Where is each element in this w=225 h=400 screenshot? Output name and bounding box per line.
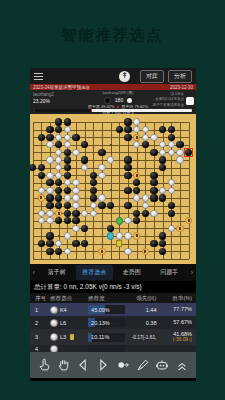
tab-recommended-points[interactable]: 推荐选点 xyxy=(76,265,114,280)
white-stone xyxy=(55,164,62,171)
clean-brush-icon[interactable] xyxy=(136,358,150,372)
cyan-stone-marker[interactable] xyxy=(107,232,114,239)
orange-ring-marker[interactable] xyxy=(38,194,45,201)
black-player-tag: (黑) xyxy=(127,91,133,95)
white-stone xyxy=(133,141,140,148)
white-stone xyxy=(124,232,131,239)
grid-line xyxy=(33,259,189,260)
black-stone xyxy=(55,217,62,224)
tab-problem-moves[interactable]: 问题手 xyxy=(151,265,189,280)
white-stone xyxy=(133,126,140,133)
white-stone xyxy=(64,141,71,148)
black-stone xyxy=(81,240,88,247)
black-stone xyxy=(124,134,131,141)
page-title: 智能推荐选点 xyxy=(0,26,225,45)
black-stone xyxy=(90,172,97,179)
black-stone xyxy=(64,202,71,209)
black-stone xyxy=(81,156,88,163)
white-stone xyxy=(81,210,88,217)
yellow-flag-icon xyxy=(70,334,74,341)
white-stone-icon xyxy=(127,98,132,103)
black-stone xyxy=(142,141,149,148)
right-info-3: 用户辛苦第试用专业 xyxy=(153,103,185,108)
white-stone xyxy=(72,187,79,194)
white-stone xyxy=(98,194,105,201)
white-stone xyxy=(159,149,166,156)
black-stone xyxy=(159,156,166,163)
bottom-tabs: ‹ 落子树 推荐选点 走势图 问题手 › xyxy=(30,264,196,281)
hand-pan-icon[interactable] xyxy=(57,358,71,372)
white-stone xyxy=(55,240,62,247)
table-row[interactable]: 1 K4 45.09% 1.44 77.77% xyxy=(30,303,196,316)
white-stone xyxy=(38,217,45,224)
grid-line xyxy=(189,122,190,259)
table-row[interactable]: 3 L3 10.11% -0.17(-1.61, 41.68% (-36.09↓… xyxy=(30,329,196,345)
place-stone-icon[interactable] xyxy=(116,358,130,372)
prev-move-icon[interactable] xyxy=(76,358,90,372)
black-stone xyxy=(133,210,140,217)
black-stone xyxy=(116,126,123,133)
black-stone xyxy=(55,141,62,148)
black-stone xyxy=(98,149,105,156)
black-stone xyxy=(90,179,97,186)
black-stone xyxy=(64,187,71,194)
red-dot-icon xyxy=(117,106,120,109)
white-stone xyxy=(55,149,62,156)
black-stone xyxy=(46,240,53,247)
white-stone xyxy=(168,149,175,156)
winrate-bar-black xyxy=(34,109,91,112)
event-title: 2023-24届季新浪围甲预选赛 xyxy=(33,85,90,90)
black-stone xyxy=(64,149,71,156)
black-stone xyxy=(38,134,45,141)
black-stone xyxy=(38,172,45,179)
black-stone xyxy=(64,217,71,224)
black-stone xyxy=(55,179,62,186)
white-stone xyxy=(142,194,149,201)
black-stone xyxy=(81,141,88,148)
tabs-prev-icon[interactable]: ‹ xyxy=(30,269,38,276)
black-stone xyxy=(124,187,131,194)
winrate-bar xyxy=(34,109,192,112)
white-stone xyxy=(159,141,166,148)
app-screenshot: ↟ 对弈 分析 2023-24届季新浪围甲预选赛 2023-12-30 laoz… xyxy=(30,68,196,381)
black-stone xyxy=(55,194,62,201)
black-stone xyxy=(55,248,62,255)
black-stone xyxy=(46,248,53,255)
bottom-toolbar xyxy=(30,352,196,378)
table-header: 序号 推荐选点 推荐度 领先(目) 胜率(%) xyxy=(30,293,196,303)
white-stone xyxy=(142,134,149,141)
white-stone xyxy=(168,141,175,148)
white-stone xyxy=(55,156,62,163)
star-point xyxy=(58,235,60,237)
black-stone xyxy=(72,240,79,247)
white-stone xyxy=(64,194,71,201)
white-stone xyxy=(38,187,45,194)
white-stone xyxy=(159,187,166,194)
black-stone xyxy=(46,134,53,141)
white-stone xyxy=(46,217,53,224)
stone-icon xyxy=(50,333,58,341)
header-win: 胜率(%) xyxy=(159,295,196,301)
black-stone xyxy=(46,194,53,201)
red-square-marker[interactable] xyxy=(184,148,193,157)
black-stone xyxy=(55,187,62,194)
black-stone xyxy=(46,202,53,209)
black-stone xyxy=(64,172,71,179)
black-stone xyxy=(142,210,149,217)
black-stone xyxy=(176,141,183,148)
black-player-name: laozhang2099 xyxy=(102,91,126,95)
white-stone xyxy=(116,232,123,239)
white-stone xyxy=(64,179,71,186)
black-stone xyxy=(72,134,79,141)
black-stone xyxy=(46,232,53,239)
white-stone xyxy=(72,149,79,156)
black-stone xyxy=(124,202,131,209)
orange-ring-marker[interactable] xyxy=(176,225,183,232)
star-point xyxy=(110,144,112,146)
black-stone xyxy=(72,217,79,224)
black-stone xyxy=(159,164,166,171)
black-stone xyxy=(124,172,131,179)
black-stone xyxy=(98,202,105,209)
black-stone xyxy=(90,194,97,201)
white-stone xyxy=(38,210,45,217)
white-stone xyxy=(72,194,79,201)
white-stone xyxy=(46,141,53,148)
white-stone xyxy=(98,172,105,179)
black-stone xyxy=(159,194,166,201)
tabs-next-icon[interactable]: › xyxy=(188,269,196,276)
green-stone-marker[interactable] xyxy=(116,217,124,225)
white-stone xyxy=(168,225,175,232)
white-stone xyxy=(46,210,53,217)
white-stone xyxy=(168,187,175,194)
orange-ring-marker[interactable] xyxy=(133,232,140,239)
black-stone xyxy=(159,240,166,247)
white-stone xyxy=(64,248,71,255)
header-point: 推荐选点 xyxy=(50,295,88,302)
orange-ring-marker[interactable] xyxy=(98,248,105,255)
white-player-pct: 23.20% xyxy=(33,98,54,105)
black-stone xyxy=(159,126,166,133)
black-stone xyxy=(133,187,140,194)
orange-ring-marker[interactable] xyxy=(142,248,149,255)
go-board[interactable] xyxy=(30,114,196,264)
black-stone xyxy=(38,240,45,247)
next-move-icon[interactable] xyxy=(96,358,110,372)
black-stone xyxy=(150,240,157,247)
white-stone xyxy=(90,210,97,217)
menu-icon[interactable] xyxy=(34,73,43,80)
black-stone xyxy=(150,179,157,186)
black-stone xyxy=(124,164,131,171)
black-stone xyxy=(38,164,45,171)
black-stone xyxy=(107,202,114,209)
black-stone xyxy=(150,194,157,201)
black-stone xyxy=(30,164,36,171)
black-stone xyxy=(124,118,131,125)
black-stone xyxy=(55,126,62,133)
black-stone xyxy=(150,172,157,179)
top-toolbar: ↟ 对弈 分析 xyxy=(30,68,196,84)
white-stone xyxy=(124,248,131,255)
black-stone xyxy=(107,225,114,232)
black-stone xyxy=(124,126,131,133)
white-stone xyxy=(46,172,53,179)
black-stone xyxy=(168,126,175,133)
white-stone xyxy=(55,172,62,179)
stone-icon xyxy=(50,345,58,352)
white-stone xyxy=(64,232,71,239)
orange-ring-marker[interactable] xyxy=(185,217,192,224)
table-row[interactable]: 2 L6 20.13% 0.38 57.67% xyxy=(30,316,196,329)
white-stone xyxy=(124,217,131,224)
black-stone xyxy=(124,156,131,163)
white-stone xyxy=(64,126,71,133)
white-stone xyxy=(72,225,79,232)
white-stone xyxy=(150,134,157,141)
stone-icon xyxy=(50,306,58,314)
compute-stats: 总计算量: 0 nn, 2.05K v(0 nn/s -3 v/s) xyxy=(30,281,196,293)
ai-robot-icon[interactable] xyxy=(155,358,169,372)
rules-button[interactable] xyxy=(186,97,194,105)
event-date: 2023-12-30 xyxy=(170,85,193,90)
black-stone-icon xyxy=(104,97,111,104)
yellow-square-marker[interactable] xyxy=(116,240,123,247)
white-stone xyxy=(55,134,62,141)
white-stone xyxy=(72,179,79,186)
right-info-2: 全第9(2-0)1号专业 xyxy=(153,97,185,102)
black-stone xyxy=(168,134,175,141)
black-stone xyxy=(159,232,166,239)
black-stone xyxy=(64,210,71,217)
black-stone xyxy=(90,187,97,194)
white-stone xyxy=(72,202,79,209)
white-stone xyxy=(90,202,97,209)
white-stone xyxy=(142,126,149,133)
black-stone xyxy=(133,179,140,186)
white-stone xyxy=(133,194,140,201)
winrate-bar-marker xyxy=(91,109,93,112)
header-rec: 推荐度 xyxy=(88,295,125,302)
white-stone xyxy=(64,134,71,141)
move-number: 180 xyxy=(115,97,123,105)
black-stone xyxy=(64,118,71,125)
table-row[interactable]: 4 xyxy=(30,345,196,352)
white-stone xyxy=(142,202,149,209)
white-stone xyxy=(46,156,53,163)
stone-icon xyxy=(50,319,58,327)
black-stone xyxy=(55,202,62,209)
recommendation-table: 序号 推荐选点 推荐度 领先(目) 胜率(%) 1 K4 45.09% 1.44… xyxy=(30,293,196,352)
tab-move-tree[interactable]: 落子树 xyxy=(38,265,76,280)
white-stone xyxy=(168,179,175,186)
black-stone xyxy=(64,156,71,163)
white-stone xyxy=(133,118,140,125)
white-stone xyxy=(98,164,105,171)
black-stone xyxy=(55,118,62,125)
players-panel: laozhang2 23.20% laozhang2099 (黑) 180 胜率… xyxy=(30,90,196,114)
orange-ring-marker[interactable] xyxy=(133,134,140,141)
white-stone xyxy=(150,210,157,217)
header-rank: 序号 xyxy=(30,295,50,302)
pointer-finger-icon[interactable] xyxy=(37,358,51,372)
analyze-mode-button[interactable]: 分析 xyxy=(168,70,192,83)
black-stone xyxy=(72,210,79,217)
header-lead: 领先(目) xyxy=(125,295,160,302)
white-stone xyxy=(46,187,53,194)
black-stone xyxy=(46,126,53,133)
black-stone xyxy=(150,187,157,194)
orange-ring-marker[interactable] xyxy=(55,210,62,217)
white-stone xyxy=(176,149,183,156)
collapse-up-icon[interactable] xyxy=(175,358,189,372)
tab-trend-graph[interactable]: 走势图 xyxy=(113,265,151,280)
locate-move-icon[interactable]: ↟ xyxy=(119,71,130,82)
white-stone xyxy=(107,156,114,163)
black-stone xyxy=(46,179,53,186)
black-stone xyxy=(64,164,71,171)
white-stone xyxy=(176,156,183,163)
black-stone xyxy=(168,202,175,209)
black-stone xyxy=(81,225,88,232)
white-stone xyxy=(81,164,88,171)
black-stone xyxy=(159,248,166,255)
black-stone xyxy=(133,217,140,224)
orange-ring-marker[interactable] xyxy=(133,172,140,179)
black-stone xyxy=(168,210,175,217)
play-mode-button[interactable]: 对弈 xyxy=(140,70,164,83)
black-stone xyxy=(150,149,157,156)
